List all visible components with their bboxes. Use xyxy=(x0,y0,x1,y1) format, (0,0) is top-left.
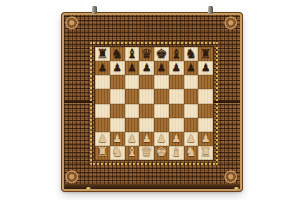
piece-black-pawn[interactable]: ♟ xyxy=(184,60,199,74)
square-g7[interactable]: ♟ xyxy=(184,61,199,75)
square-c5[interactable] xyxy=(125,89,140,103)
piece-black-pawn[interactable]: ♟ xyxy=(154,60,169,74)
square-c1[interactable]: ♝ xyxy=(125,146,140,160)
piece-white-king[interactable]: ♚ xyxy=(154,144,169,158)
square-d1[interactable]: ♛ xyxy=(139,146,154,160)
corner-ornament-top-right xyxy=(224,16,239,31)
piece-black-bishop[interactable]: ♝ xyxy=(169,46,184,60)
square-h1[interactable]: ♜ xyxy=(198,146,213,160)
square-b5[interactable] xyxy=(110,89,125,103)
square-b4[interactable] xyxy=(110,104,125,118)
piece-white-knight[interactable]: ♞ xyxy=(184,144,199,158)
square-a5[interactable] xyxy=(95,89,110,103)
piece-white-pawn[interactable]: ♟ xyxy=(95,131,110,145)
piece-white-bishop[interactable]: ♝ xyxy=(125,144,140,158)
piece-black-knight[interactable]: ♞ xyxy=(184,46,199,60)
square-f8[interactable]: ♝ xyxy=(169,47,184,61)
piece-black-pawn[interactable]: ♟ xyxy=(198,60,213,74)
photo-background: ♜♞♝♛♚♝♞♜♟♟♟♟♟♟♟♟♟♟♟♟♟♟♟♟♜♞♝♛♚♝♞♜ xyxy=(0,0,300,200)
square-f1[interactable]: ♝ xyxy=(169,146,184,160)
chess-board: ♜♞♝♛♚♝♞♜♟♟♟♟♟♟♟♟♟♟♟♟♟♟♟♟♜♞♝♛♚♝♞♜ xyxy=(94,46,214,161)
piece-black-pawn[interactable]: ♟ xyxy=(139,60,154,74)
piece-white-pawn[interactable]: ♟ xyxy=(125,131,140,145)
square-e3[interactable] xyxy=(154,118,169,132)
bottom-knob-right-icon xyxy=(234,187,239,191)
chess-box: ♜♞♝♛♚♝♞♜♟♟♟♟♟♟♟♟♟♟♟♟♟♟♟♟♜♞♝♛♚♝♞♜ xyxy=(62,13,242,191)
piece-white-rook[interactable]: ♜ xyxy=(198,144,213,158)
square-c8[interactable]: ♝ xyxy=(125,47,140,61)
square-g1[interactable]: ♞ xyxy=(184,146,199,160)
piece-black-rook[interactable]: ♜ xyxy=(95,46,110,60)
square-d6[interactable] xyxy=(139,75,154,89)
square-g6[interactable] xyxy=(184,75,199,89)
hinge-left-icon xyxy=(92,6,97,14)
piece-black-pawn[interactable]: ♟ xyxy=(125,60,140,74)
piece-black-bishop[interactable]: ♝ xyxy=(125,46,140,60)
piece-white-queen[interactable]: ♛ xyxy=(139,144,154,158)
piece-black-queen[interactable]: ♛ xyxy=(139,46,154,60)
box-fold-seam-left xyxy=(64,101,92,103)
square-c6[interactable] xyxy=(125,75,140,89)
piece-black-knight[interactable]: ♞ xyxy=(110,46,125,60)
square-c4[interactable] xyxy=(125,104,140,118)
piece-white-pawn[interactable]: ♟ xyxy=(139,131,154,145)
piece-white-pawn[interactable]: ♟ xyxy=(198,131,213,145)
piece-black-pawn[interactable]: ♟ xyxy=(110,60,125,74)
square-d3[interactable] xyxy=(139,118,154,132)
square-g4[interactable] xyxy=(184,104,199,118)
square-a3[interactable] xyxy=(95,118,110,132)
square-e8[interactable]: ♚ xyxy=(154,47,169,61)
piece-white-pawn[interactable]: ♟ xyxy=(169,131,184,145)
square-h8[interactable]: ♜ xyxy=(198,47,213,61)
piece-white-rook[interactable]: ♜ xyxy=(95,144,110,158)
piece-white-knight[interactable]: ♞ xyxy=(110,144,125,158)
square-b8[interactable]: ♞ xyxy=(110,47,125,61)
square-a6[interactable] xyxy=(95,75,110,89)
square-a7[interactable]: ♟ xyxy=(95,61,110,75)
square-h7[interactable]: ♟ xyxy=(198,61,213,75)
square-c7[interactable]: ♟ xyxy=(125,61,140,75)
square-d8[interactable]: ♛ xyxy=(139,47,154,61)
square-b1[interactable]: ♞ xyxy=(110,146,125,160)
square-g5[interactable] xyxy=(184,89,199,103)
square-b7[interactable]: ♟ xyxy=(110,61,125,75)
piece-black-king[interactable]: ♚ xyxy=(154,46,169,60)
piece-white-bishop[interactable]: ♝ xyxy=(169,144,184,158)
square-b3[interactable] xyxy=(110,118,125,132)
square-f7[interactable]: ♟ xyxy=(169,61,184,75)
square-d4[interactable] xyxy=(139,104,154,118)
square-d7[interactable]: ♟ xyxy=(139,61,154,75)
piece-black-pawn[interactable]: ♟ xyxy=(95,60,110,74)
square-f5[interactable] xyxy=(169,89,184,103)
square-a4[interactable] xyxy=(95,104,110,118)
square-g8[interactable]: ♞ xyxy=(184,47,199,61)
square-a8[interactable]: ♜ xyxy=(95,47,110,61)
piece-white-pawn[interactable]: ♟ xyxy=(154,131,169,145)
square-h5[interactable] xyxy=(198,89,213,103)
square-e4[interactable] xyxy=(154,104,169,118)
corner-ornament-bottom-left xyxy=(65,170,80,185)
corner-ornament-bottom-right xyxy=(224,170,239,185)
square-b6[interactable] xyxy=(110,75,125,89)
piece-black-rook[interactable]: ♜ xyxy=(198,46,213,60)
square-h6[interactable] xyxy=(198,75,213,89)
hinge-right-icon xyxy=(208,6,213,14)
square-c3[interactable] xyxy=(125,118,140,132)
piece-black-pawn[interactable]: ♟ xyxy=(169,60,184,74)
square-h3[interactable] xyxy=(198,118,213,132)
square-a1[interactable]: ♜ xyxy=(95,146,110,160)
piece-white-pawn[interactable]: ♟ xyxy=(110,131,125,145)
piece-white-pawn[interactable]: ♟ xyxy=(184,131,199,145)
square-d5[interactable] xyxy=(139,89,154,103)
square-e5[interactable] xyxy=(154,89,169,103)
square-f6[interactable] xyxy=(169,75,184,89)
square-f3[interactable] xyxy=(169,118,184,132)
square-e7[interactable]: ♟ xyxy=(154,61,169,75)
square-h4[interactable] xyxy=(198,104,213,118)
corner-ornament-top-left xyxy=(65,16,80,31)
square-f4[interactable] xyxy=(169,104,184,118)
square-e6[interactable] xyxy=(154,75,169,89)
square-e1[interactable]: ♚ xyxy=(154,146,169,160)
bottom-knob-left-icon xyxy=(86,187,91,191)
square-g3[interactable] xyxy=(184,118,199,132)
